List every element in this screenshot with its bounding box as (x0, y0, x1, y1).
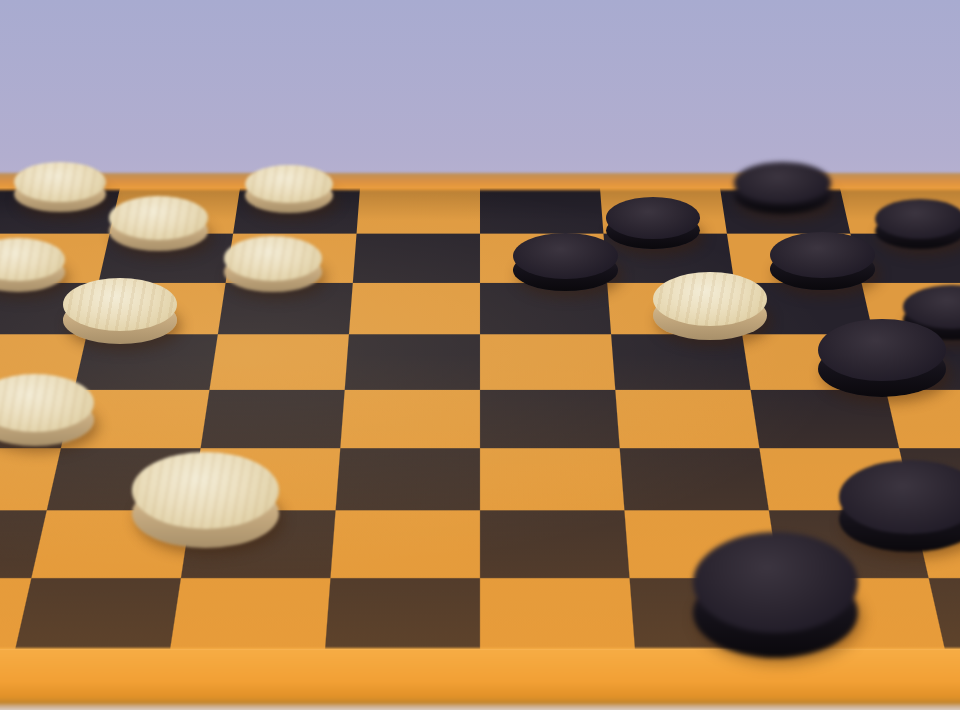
white-piece[interactable] (63, 278, 177, 344)
black-piece[interactable] (606, 197, 700, 249)
black-piece[interactable] (818, 319, 946, 397)
white-piece[interactable] (0, 374, 94, 446)
white-piece[interactable] (245, 165, 333, 213)
black-piece[interactable] (734, 162, 831, 214)
white-piece[interactable] (132, 452, 279, 548)
black-piece[interactable] (513, 233, 618, 291)
black-piece[interactable] (875, 199, 960, 249)
white-piece[interactable] (0, 238, 65, 292)
pieces-layer (0, 0, 960, 710)
black-piece[interactable] (770, 232, 875, 290)
white-piece[interactable] (653, 272, 767, 340)
scene (0, 0, 960, 710)
white-piece[interactable] (14, 162, 106, 212)
white-piece[interactable] (109, 196, 208, 251)
white-piece[interactable] (224, 236, 322, 292)
black-piece[interactable] (693, 532, 858, 658)
